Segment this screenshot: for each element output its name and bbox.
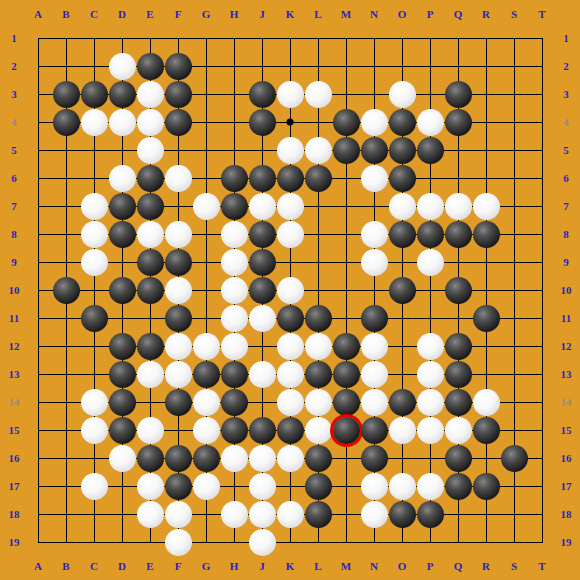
- intersection-O12[interactable]: [388, 332, 416, 360]
- intersection-A6[interactable]: [24, 164, 52, 192]
- intersection-T13[interactable]: [528, 360, 556, 388]
- intersection-D16[interactable]: [108, 444, 136, 472]
- intersection-S8[interactable]: [500, 220, 528, 248]
- intersection-M9[interactable]: [332, 248, 360, 276]
- intersection-B10[interactable]: [52, 276, 80, 304]
- intersection-O16[interactable]: [388, 444, 416, 472]
- intersection-C1[interactable]: [80, 24, 108, 52]
- intersection-L3[interactable]: [304, 80, 332, 108]
- intersection-F13[interactable]: [164, 360, 192, 388]
- intersection-E13[interactable]: [136, 360, 164, 388]
- intersection-P10[interactable]: [416, 276, 444, 304]
- intersection-H19[interactable]: [220, 528, 248, 556]
- intersection-C6[interactable]: [80, 164, 108, 192]
- intersection-A17[interactable]: [24, 472, 52, 500]
- intersection-O1[interactable]: [388, 24, 416, 52]
- intersection-F19[interactable]: [164, 528, 192, 556]
- intersection-E1[interactable]: [136, 24, 164, 52]
- intersection-N6[interactable]: [360, 164, 388, 192]
- intersection-J14[interactable]: [248, 388, 276, 416]
- intersection-J15[interactable]: [248, 416, 276, 444]
- intersection-S1[interactable]: [500, 24, 528, 52]
- intersection-S13[interactable]: [500, 360, 528, 388]
- intersection-Q17[interactable]: [444, 472, 472, 500]
- intersection-B11[interactable]: [52, 304, 80, 332]
- intersection-A11[interactable]: [24, 304, 52, 332]
- intersection-K16[interactable]: [276, 444, 304, 472]
- intersection-F15[interactable]: [164, 416, 192, 444]
- intersection-R14[interactable]: [472, 388, 500, 416]
- intersection-R4[interactable]: [472, 108, 500, 136]
- intersection-O5[interactable]: [388, 136, 416, 164]
- intersection-M16[interactable]: [332, 444, 360, 472]
- intersection-Q3[interactable]: [444, 80, 472, 108]
- intersection-K9[interactable]: [276, 248, 304, 276]
- intersection-T9[interactable]: [528, 248, 556, 276]
- intersection-G17[interactable]: [192, 472, 220, 500]
- intersection-K11[interactable]: [276, 304, 304, 332]
- intersection-M10[interactable]: [332, 276, 360, 304]
- intersection-C19[interactable]: [80, 528, 108, 556]
- intersection-A5[interactable]: [24, 136, 52, 164]
- intersection-S10[interactable]: [500, 276, 528, 304]
- intersection-T19[interactable]: [528, 528, 556, 556]
- intersection-F6[interactable]: [164, 164, 192, 192]
- intersection-G16[interactable]: [192, 444, 220, 472]
- intersection-B15[interactable]: [52, 416, 80, 444]
- intersection-O8[interactable]: [388, 220, 416, 248]
- intersection-R3[interactable]: [472, 80, 500, 108]
- intersection-J12[interactable]: [248, 332, 276, 360]
- intersection-J17[interactable]: [248, 472, 276, 500]
- intersection-M8[interactable]: [332, 220, 360, 248]
- intersection-A10[interactable]: [24, 276, 52, 304]
- intersection-N4[interactable]: [360, 108, 388, 136]
- intersection-B19[interactable]: [52, 528, 80, 556]
- intersection-A1[interactable]: [24, 24, 52, 52]
- intersection-J6[interactable]: [248, 164, 276, 192]
- intersection-T12[interactable]: [528, 332, 556, 360]
- intersection-S9[interactable]: [500, 248, 528, 276]
- intersection-O18[interactable]: [388, 500, 416, 528]
- intersection-B7[interactable]: [52, 192, 80, 220]
- intersection-B12[interactable]: [52, 332, 80, 360]
- intersection-Q13[interactable]: [444, 360, 472, 388]
- intersection-M19[interactable]: [332, 528, 360, 556]
- intersection-G4[interactable]: [192, 108, 220, 136]
- intersection-P9[interactable]: [416, 248, 444, 276]
- intersection-Q15[interactable]: [444, 416, 472, 444]
- intersection-B8[interactable]: [52, 220, 80, 248]
- intersection-P3[interactable]: [416, 80, 444, 108]
- intersection-N13[interactable]: [360, 360, 388, 388]
- intersection-K6[interactable]: [276, 164, 304, 192]
- intersection-H17[interactable]: [220, 472, 248, 500]
- intersection-Q11[interactable]: [444, 304, 472, 332]
- intersection-P7[interactable]: [416, 192, 444, 220]
- intersection-R17[interactable]: [472, 472, 500, 500]
- intersection-J8[interactable]: [248, 220, 276, 248]
- intersection-F2[interactable]: [164, 52, 192, 80]
- intersection-K15[interactable]: [276, 416, 304, 444]
- intersection-G19[interactable]: [192, 528, 220, 556]
- intersection-H16[interactable]: [220, 444, 248, 472]
- intersection-N5[interactable]: [360, 136, 388, 164]
- intersection-L7[interactable]: [304, 192, 332, 220]
- intersection-J9[interactable]: [248, 248, 276, 276]
- intersection-M13[interactable]: [332, 360, 360, 388]
- intersection-E5[interactable]: [136, 136, 164, 164]
- intersection-D13[interactable]: [108, 360, 136, 388]
- intersection-D3[interactable]: [108, 80, 136, 108]
- intersection-C8[interactable]: [80, 220, 108, 248]
- intersection-H14[interactable]: [220, 388, 248, 416]
- intersection-G12[interactable]: [192, 332, 220, 360]
- intersection-K2[interactable]: [276, 52, 304, 80]
- intersection-C14[interactable]: [80, 388, 108, 416]
- intersection-L16[interactable]: [304, 444, 332, 472]
- intersection-F5[interactable]: [164, 136, 192, 164]
- intersection-D7[interactable]: [108, 192, 136, 220]
- intersection-P6[interactable]: [416, 164, 444, 192]
- intersection-C17[interactable]: [80, 472, 108, 500]
- intersection-F7[interactable]: [164, 192, 192, 220]
- intersection-P14[interactable]: [416, 388, 444, 416]
- intersection-M14[interactable]: [332, 388, 360, 416]
- intersection-T7[interactable]: [528, 192, 556, 220]
- intersection-M2[interactable]: [332, 52, 360, 80]
- intersection-H9[interactable]: [220, 248, 248, 276]
- intersection-G15[interactable]: [192, 416, 220, 444]
- intersection-A18[interactable]: [24, 500, 52, 528]
- intersection-G9[interactable]: [192, 248, 220, 276]
- intersection-D1[interactable]: [108, 24, 136, 52]
- intersection-P12[interactable]: [416, 332, 444, 360]
- intersection-N7[interactable]: [360, 192, 388, 220]
- intersection-T3[interactable]: [528, 80, 556, 108]
- intersection-Q16[interactable]: [444, 444, 472, 472]
- intersection-E7[interactable]: [136, 192, 164, 220]
- intersection-H2[interactable]: [220, 52, 248, 80]
- intersection-D11[interactable]: [108, 304, 136, 332]
- intersection-C15[interactable]: [80, 416, 108, 444]
- intersection-N10[interactable]: [360, 276, 388, 304]
- intersection-P5[interactable]: [416, 136, 444, 164]
- intersection-E6[interactable]: [136, 164, 164, 192]
- intersection-T10[interactable]: [528, 276, 556, 304]
- intersection-T1[interactable]: [528, 24, 556, 52]
- intersection-D6[interactable]: [108, 164, 136, 192]
- intersection-A16[interactable]: [24, 444, 52, 472]
- intersection-S4[interactable]: [500, 108, 528, 136]
- intersection-K17[interactable]: [276, 472, 304, 500]
- intersection-Q6[interactable]: [444, 164, 472, 192]
- intersection-F3[interactable]: [164, 80, 192, 108]
- intersection-A3[interactable]: [24, 80, 52, 108]
- intersection-P15[interactable]: [416, 416, 444, 444]
- intersection-F4[interactable]: [164, 108, 192, 136]
- intersection-D9[interactable]: [108, 248, 136, 276]
- intersection-O11[interactable]: [388, 304, 416, 332]
- intersection-P4[interactable]: [416, 108, 444, 136]
- intersection-T5[interactable]: [528, 136, 556, 164]
- intersection-D4[interactable]: [108, 108, 136, 136]
- intersection-P1[interactable]: [416, 24, 444, 52]
- intersection-O15[interactable]: [388, 416, 416, 444]
- intersection-J3[interactable]: [248, 80, 276, 108]
- intersection-Q12[interactable]: [444, 332, 472, 360]
- intersection-E18[interactable]: [136, 500, 164, 528]
- intersection-J1[interactable]: [248, 24, 276, 52]
- intersection-L12[interactable]: [304, 332, 332, 360]
- intersection-P16[interactable]: [416, 444, 444, 472]
- intersection-C16[interactable]: [80, 444, 108, 472]
- intersection-Q8[interactable]: [444, 220, 472, 248]
- intersection-R16[interactable]: [472, 444, 500, 472]
- intersection-L11[interactable]: [304, 304, 332, 332]
- intersection-N14[interactable]: [360, 388, 388, 416]
- intersection-N3[interactable]: [360, 80, 388, 108]
- intersection-G7[interactable]: [192, 192, 220, 220]
- intersection-P11[interactable]: [416, 304, 444, 332]
- intersection-L19[interactable]: [304, 528, 332, 556]
- intersection-D18[interactable]: [108, 500, 136, 528]
- intersection-G5[interactable]: [192, 136, 220, 164]
- intersection-H10[interactable]: [220, 276, 248, 304]
- intersection-F18[interactable]: [164, 500, 192, 528]
- intersection-Q14[interactable]: [444, 388, 472, 416]
- intersection-D12[interactable]: [108, 332, 136, 360]
- intersection-L1[interactable]: [304, 24, 332, 52]
- intersection-C7[interactable]: [80, 192, 108, 220]
- intersection-H15[interactable]: [220, 416, 248, 444]
- intersection-H7[interactable]: [220, 192, 248, 220]
- intersection-P19[interactable]: [416, 528, 444, 556]
- intersection-F14[interactable]: [164, 388, 192, 416]
- intersection-R1[interactable]: [472, 24, 500, 52]
- intersection-T16[interactable]: [528, 444, 556, 472]
- intersection-M1[interactable]: [332, 24, 360, 52]
- intersection-J13[interactable]: [248, 360, 276, 388]
- intersection-P2[interactable]: [416, 52, 444, 80]
- intersection-Q5[interactable]: [444, 136, 472, 164]
- intersection-T8[interactable]: [528, 220, 556, 248]
- intersection-B2[interactable]: [52, 52, 80, 80]
- intersection-E2[interactable]: [136, 52, 164, 80]
- intersection-K18[interactable]: [276, 500, 304, 528]
- intersection-M18[interactable]: [332, 500, 360, 528]
- intersection-E17[interactable]: [136, 472, 164, 500]
- intersection-E4[interactable]: [136, 108, 164, 136]
- intersection-N18[interactable]: [360, 500, 388, 528]
- intersection-T18[interactable]: [528, 500, 556, 528]
- intersection-R6[interactable]: [472, 164, 500, 192]
- intersection-K5[interactable]: [276, 136, 304, 164]
- intersection-A9[interactable]: [24, 248, 52, 276]
- intersection-D17[interactable]: [108, 472, 136, 500]
- intersection-S2[interactable]: [500, 52, 528, 80]
- intersection-A15[interactable]: [24, 416, 52, 444]
- intersection-N12[interactable]: [360, 332, 388, 360]
- intersection-C12[interactable]: [80, 332, 108, 360]
- intersection-H12[interactable]: [220, 332, 248, 360]
- intersection-T11[interactable]: [528, 304, 556, 332]
- intersection-A12[interactable]: [24, 332, 52, 360]
- intersection-M12[interactable]: [332, 332, 360, 360]
- intersection-S17[interactable]: [500, 472, 528, 500]
- intersection-R2[interactable]: [472, 52, 500, 80]
- intersection-F16[interactable]: [164, 444, 192, 472]
- intersection-K10[interactable]: [276, 276, 304, 304]
- intersection-T15[interactable]: [528, 416, 556, 444]
- intersection-O9[interactable]: [388, 248, 416, 276]
- intersection-K8[interactable]: [276, 220, 304, 248]
- intersection-C4[interactable]: [80, 108, 108, 136]
- intersection-Q7[interactable]: [444, 192, 472, 220]
- intersection-B17[interactable]: [52, 472, 80, 500]
- intersection-G13[interactable]: [192, 360, 220, 388]
- intersection-N9[interactable]: [360, 248, 388, 276]
- intersection-S19[interactable]: [500, 528, 528, 556]
- intersection-K1[interactable]: [276, 24, 304, 52]
- intersection-C11[interactable]: [80, 304, 108, 332]
- intersection-O17[interactable]: [388, 472, 416, 500]
- intersection-R13[interactable]: [472, 360, 500, 388]
- intersection-G6[interactable]: [192, 164, 220, 192]
- intersection-T17[interactable]: [528, 472, 556, 500]
- intersection-R5[interactable]: [472, 136, 500, 164]
- intersection-J19[interactable]: [248, 528, 276, 556]
- intersection-Q9[interactable]: [444, 248, 472, 276]
- intersection-B5[interactable]: [52, 136, 80, 164]
- intersection-B14[interactable]: [52, 388, 80, 416]
- intersection-L14[interactable]: [304, 388, 332, 416]
- intersection-R10[interactable]: [472, 276, 500, 304]
- intersection-T6[interactable]: [528, 164, 556, 192]
- intersection-S5[interactable]: [500, 136, 528, 164]
- intersection-Q19[interactable]: [444, 528, 472, 556]
- intersection-T14[interactable]: [528, 388, 556, 416]
- intersection-H18[interactable]: [220, 500, 248, 528]
- intersection-G10[interactable]: [192, 276, 220, 304]
- intersection-H5[interactable]: [220, 136, 248, 164]
- intersection-L6[interactable]: [304, 164, 332, 192]
- intersection-E12[interactable]: [136, 332, 164, 360]
- intersection-Q10[interactable]: [444, 276, 472, 304]
- intersection-F12[interactable]: [164, 332, 192, 360]
- intersection-F10[interactable]: [164, 276, 192, 304]
- intersection-H4[interactable]: [220, 108, 248, 136]
- intersection-B1[interactable]: [52, 24, 80, 52]
- intersection-J11[interactable]: [248, 304, 276, 332]
- intersection-A14[interactable]: [24, 388, 52, 416]
- intersection-E10[interactable]: [136, 276, 164, 304]
- intersection-N16[interactable]: [360, 444, 388, 472]
- intersection-M3[interactable]: [332, 80, 360, 108]
- intersection-M4[interactable]: [332, 108, 360, 136]
- intersection-F1[interactable]: [164, 24, 192, 52]
- intersection-A19[interactable]: [24, 528, 52, 556]
- intersection-D15[interactable]: [108, 416, 136, 444]
- intersection-M5[interactable]: [332, 136, 360, 164]
- intersection-S16[interactable]: [500, 444, 528, 472]
- intersection-P18[interactable]: [416, 500, 444, 528]
- intersection-E14[interactable]: [136, 388, 164, 416]
- intersection-O19[interactable]: [388, 528, 416, 556]
- intersection-C2[interactable]: [80, 52, 108, 80]
- intersection-M11[interactable]: [332, 304, 360, 332]
- intersection-E3[interactable]: [136, 80, 164, 108]
- intersection-J4[interactable]: [248, 108, 276, 136]
- intersection-E15[interactable]: [136, 416, 164, 444]
- intersection-C5[interactable]: [80, 136, 108, 164]
- intersection-J7[interactable]: [248, 192, 276, 220]
- intersection-R18[interactable]: [472, 500, 500, 528]
- intersection-E16[interactable]: [136, 444, 164, 472]
- intersection-G1[interactable]: [192, 24, 220, 52]
- intersection-J16[interactable]: [248, 444, 276, 472]
- intersection-B16[interactable]: [52, 444, 80, 472]
- intersection-G14[interactable]: [192, 388, 220, 416]
- intersection-O7[interactable]: [388, 192, 416, 220]
- intersection-D10[interactable]: [108, 276, 136, 304]
- intersection-R7[interactable]: [472, 192, 500, 220]
- intersection-B13[interactable]: [52, 360, 80, 388]
- intersection-G8[interactable]: [192, 220, 220, 248]
- intersection-K12[interactable]: [276, 332, 304, 360]
- intersection-F8[interactable]: [164, 220, 192, 248]
- intersection-S18[interactable]: [500, 500, 528, 528]
- intersection-O13[interactable]: [388, 360, 416, 388]
- intersection-M6[interactable]: [332, 164, 360, 192]
- intersection-K14[interactable]: [276, 388, 304, 416]
- intersection-E9[interactable]: [136, 248, 164, 276]
- intersection-T4[interactable]: [528, 108, 556, 136]
- intersection-P17[interactable]: [416, 472, 444, 500]
- intersection-L2[interactable]: [304, 52, 332, 80]
- intersection-L17[interactable]: [304, 472, 332, 500]
- intersection-L15[interactable]: [304, 416, 332, 444]
- intersection-N17[interactable]: [360, 472, 388, 500]
- intersection-K3[interactable]: [276, 80, 304, 108]
- intersection-K19[interactable]: [276, 528, 304, 556]
- intersection-J2[interactable]: [248, 52, 276, 80]
- intersection-E19[interactable]: [136, 528, 164, 556]
- intersection-B18[interactable]: [52, 500, 80, 528]
- intersection-G2[interactable]: [192, 52, 220, 80]
- intersection-E11[interactable]: [136, 304, 164, 332]
- intersection-F17[interactable]: [164, 472, 192, 500]
- intersection-C18[interactable]: [80, 500, 108, 528]
- intersection-S6[interactable]: [500, 164, 528, 192]
- intersection-Q18[interactable]: [444, 500, 472, 528]
- intersection-P8[interactable]: [416, 220, 444, 248]
- intersection-N8[interactable]: [360, 220, 388, 248]
- intersection-F11[interactable]: [164, 304, 192, 332]
- intersection-A8[interactable]: [24, 220, 52, 248]
- intersection-L18[interactable]: [304, 500, 332, 528]
- intersection-B9[interactable]: [52, 248, 80, 276]
- intersection-J5[interactable]: [248, 136, 276, 164]
- intersection-S11[interactable]: [500, 304, 528, 332]
- intersection-N15[interactable]: [360, 416, 388, 444]
- intersection-R9[interactable]: [472, 248, 500, 276]
- intersection-R12[interactable]: [472, 332, 500, 360]
- intersection-R19[interactable]: [472, 528, 500, 556]
- intersection-R8[interactable]: [472, 220, 500, 248]
- intersection-M15[interactable]: [332, 416, 360, 444]
- intersection-L8[interactable]: [304, 220, 332, 248]
